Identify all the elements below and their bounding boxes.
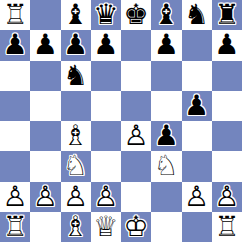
square-b3[interactable] [30, 151, 60, 181]
piece-fill-layer: ♝ [61, 121, 91, 151]
square-d4[interactable] [91, 121, 121, 151]
white-pawn-piece[interactable]: ♙ [212, 182, 242, 212]
black-pawn-piece[interactable]: ♟ [30, 30, 60, 60]
white-bishop-piece[interactable]: ♗ [61, 121, 91, 151]
black-knight-piece[interactable]: ♞ [61, 61, 91, 91]
white-queen-piece[interactable]: ♕ [91, 212, 121, 242]
square-h1[interactable]: ♜♖ [212, 212, 242, 242]
piece-fill-layer: ♝ [151, 0, 181, 30]
square-f2[interactable] [151, 182, 181, 212]
piece-fill-layer: ♞ [182, 0, 212, 30]
black-bishop-piece[interactable]: ♝ [151, 0, 181, 30]
black-pawn-piece[interactable]: ♟ [151, 121, 181, 151]
square-a1[interactable]: ♜♖ [0, 212, 30, 242]
square-c7[interactable]: ♟♟ [61, 30, 91, 60]
square-h7[interactable]: ♟♟ [212, 30, 242, 60]
square-h5[interactable] [212, 91, 242, 121]
square-a6[interactable] [0, 61, 30, 91]
black-pawn-piece[interactable]: ♟ [182, 91, 212, 121]
piece-fill-layer: ♟ [121, 121, 151, 151]
square-b5[interactable] [30, 91, 60, 121]
piece-fill-layer: ♟ [212, 182, 242, 212]
piece-fill-layer: ♟ [0, 182, 30, 212]
square-g1[interactable] [182, 212, 212, 242]
square-h8[interactable]: ♜♜ [212, 0, 242, 30]
piece-fill-layer: ♟ [151, 30, 181, 60]
square-a3[interactable] [0, 151, 30, 181]
square-c5[interactable] [61, 91, 91, 121]
square-f7[interactable]: ♟♟ [151, 30, 181, 60]
square-d8[interactable]: ♛♛ [91, 0, 121, 30]
white-bishop-piece[interactable]: ♗ [61, 212, 91, 242]
square-b6[interactable] [30, 61, 60, 91]
piece-fill-layer: ♜ [0, 212, 30, 242]
piece-fill-layer: ♟ [212, 30, 242, 60]
white-rook-piece[interactable]: ♖ [212, 212, 242, 242]
square-e3[interactable] [121, 151, 151, 181]
white-pawn-piece[interactable]: ♙ [30, 182, 60, 212]
piece-fill-layer: ♟ [0, 30, 30, 60]
piece-fill-layer: ♟ [182, 91, 212, 121]
square-e1[interactable]: ♚♔ [121, 212, 151, 242]
square-f6[interactable] [151, 61, 181, 91]
piece-fill-layer: ♟ [151, 121, 181, 151]
square-d6[interactable] [91, 61, 121, 91]
square-c8[interactable]: ♝♝ [61, 0, 91, 30]
square-b8[interactable] [30, 0, 60, 30]
black-bishop-piece[interactable]: ♝ [61, 0, 91, 30]
black-rook-piece[interactable]: ♜ [212, 0, 242, 30]
black-pawn-piece[interactable]: ♟ [0, 30, 30, 60]
square-e5[interactable] [121, 91, 151, 121]
white-pawn-piece[interactable]: ♙ [61, 182, 91, 212]
square-c4[interactable]: ♝♗ [61, 121, 91, 151]
square-g6[interactable] [182, 61, 212, 91]
piece-fill-layer: ♚ [121, 0, 151, 30]
square-a4[interactable] [0, 121, 30, 151]
square-a5[interactable] [0, 91, 30, 121]
square-h4[interactable] [212, 121, 242, 151]
white-knight-piece[interactable]: ♘ [151, 151, 181, 181]
white-pawn-piece[interactable]: ♙ [182, 182, 212, 212]
piece-fill-layer: ♞ [61, 61, 91, 91]
black-king-piece[interactable]: ♚ [121, 0, 151, 30]
black-knight-piece[interactable]: ♞ [182, 0, 212, 30]
square-h6[interactable] [212, 61, 242, 91]
square-g2[interactable]: ♟♙ [182, 182, 212, 212]
square-g7[interactable] [182, 30, 212, 60]
piece-fill-layer: ♚ [121, 212, 151, 242]
square-f3[interactable]: ♞♘ [151, 151, 181, 181]
black-queen-piece[interactable]: ♛ [91, 0, 121, 30]
square-f8[interactable]: ♝♝ [151, 0, 181, 30]
square-a2[interactable]: ♟♙ [0, 182, 30, 212]
white-pawn-piece[interactable]: ♙ [91, 182, 121, 212]
square-e8[interactable]: ♚♚ [121, 0, 151, 30]
square-e6[interactable] [121, 61, 151, 91]
piece-fill-layer: ♟ [61, 182, 91, 212]
square-c2[interactable]: ♟♙ [61, 182, 91, 212]
white-knight-piece[interactable]: ♘ [61, 151, 91, 181]
square-a7[interactable]: ♟♟ [0, 30, 30, 60]
square-b7[interactable]: ♟♟ [30, 30, 60, 60]
black-pawn-piece[interactable]: ♟ [151, 30, 181, 60]
chess-board: ♜♖♝♝♛♛♚♚♝♝♞♞♜♜♟♟♟♟♟♟♟♟♟♟♟♟♞♞♟♟♝♗♟♙♟♟♞♘♞♘… [0, 0, 242, 242]
square-f5[interactable] [151, 91, 181, 121]
piece-fill-layer: ♜ [212, 0, 242, 30]
square-e4[interactable]: ♟♙ [121, 121, 151, 151]
square-b4[interactable] [30, 121, 60, 151]
square-b1[interactable] [30, 212, 60, 242]
square-b2[interactable]: ♟♙ [30, 182, 60, 212]
piece-fill-layer: ♞ [61, 151, 91, 181]
square-d7[interactable]: ♟♟ [91, 30, 121, 60]
square-d3[interactable] [91, 151, 121, 181]
piece-fill-layer: ♟ [30, 30, 60, 60]
black-pawn-piece[interactable]: ♟ [61, 30, 91, 60]
black-pawn-piece[interactable]: ♟ [91, 30, 121, 60]
square-g8[interactable]: ♞♞ [182, 0, 212, 30]
square-d2[interactable]: ♟♙ [91, 182, 121, 212]
square-g3[interactable] [182, 151, 212, 181]
square-h2[interactable]: ♟♙ [212, 182, 242, 212]
square-a8[interactable]: ♜♖ [0, 0, 30, 30]
white-king-piece[interactable]: ♔ [121, 212, 151, 242]
square-g4[interactable] [182, 121, 212, 151]
square-e2[interactable] [121, 182, 151, 212]
black-pawn-piece[interactable]: ♟ [212, 30, 242, 60]
piece-fill-layer: ♟ [30, 182, 60, 212]
square-f1[interactable] [151, 212, 181, 242]
square-f4[interactable]: ♟♟ [151, 121, 181, 151]
white-rook-piece[interactable]: ♖ [0, 0, 30, 30]
square-e7[interactable] [121, 30, 151, 60]
square-g5[interactable]: ♟♟ [182, 91, 212, 121]
square-d1[interactable]: ♛♕ [91, 212, 121, 242]
piece-fill-layer: ♝ [61, 0, 91, 30]
piece-fill-layer: ♟ [91, 30, 121, 60]
white-pawn-piece[interactable]: ♙ [0, 182, 30, 212]
piece-fill-layer: ♛ [91, 0, 121, 30]
piece-fill-layer: ♝ [61, 212, 91, 242]
square-d5[interactable] [91, 91, 121, 121]
piece-fill-layer: ♞ [151, 151, 181, 181]
piece-fill-layer: ♟ [61, 30, 91, 60]
piece-fill-layer: ♟ [182, 182, 212, 212]
square-c1[interactable]: ♝♗ [61, 212, 91, 242]
white-pawn-piece[interactable]: ♙ [121, 121, 151, 151]
white-rook-piece[interactable]: ♖ [0, 212, 30, 242]
piece-fill-layer: ♛ [91, 212, 121, 242]
piece-fill-layer: ♜ [0, 0, 30, 30]
square-c3[interactable]: ♞♘ [61, 151, 91, 181]
square-c6[interactable]: ♞♞ [61, 61, 91, 91]
square-h3[interactable] [212, 151, 242, 181]
piece-fill-layer: ♟ [91, 182, 121, 212]
piece-fill-layer: ♜ [212, 212, 242, 242]
